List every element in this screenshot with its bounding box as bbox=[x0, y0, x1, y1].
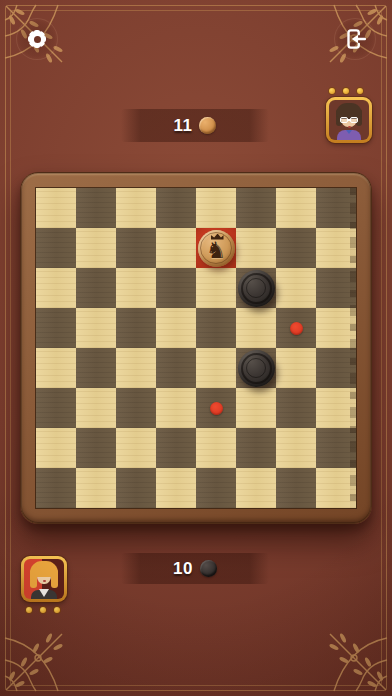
light-king-piece[interactable]: ♞ bbox=[198, 230, 235, 267]
square-r4c6 bbox=[276, 348, 316, 388]
square-r7c3 bbox=[156, 468, 196, 508]
square-r4c3[interactable] bbox=[156, 348, 196, 388]
square-r6c1[interactable] bbox=[76, 428, 116, 468]
hair bbox=[36, 563, 52, 569]
square-r5c1 bbox=[76, 388, 116, 428]
player-score: 10 bbox=[173, 559, 193, 579]
square-r2c6 bbox=[276, 268, 316, 308]
square-r2c4 bbox=[196, 268, 236, 308]
glasses bbox=[348, 119, 351, 121]
square-r0c0 bbox=[36, 188, 76, 228]
player-avatar[interactable] bbox=[21, 556, 67, 602]
square-r6c6 bbox=[276, 428, 316, 468]
square-r3c6[interactable] bbox=[276, 308, 316, 348]
square-r5c3 bbox=[156, 388, 196, 428]
square-r4c5[interactable] bbox=[236, 348, 276, 388]
square-r6c0 bbox=[36, 428, 76, 468]
board-frame: ♞ bbox=[20, 172, 372, 524]
settings-button[interactable] bbox=[17, 19, 57, 59]
knight-glyph: ♞ bbox=[206, 239, 227, 262]
square-r5c2[interactable] bbox=[116, 388, 156, 428]
square-r5c6[interactable] bbox=[276, 388, 316, 428]
square-r0c1[interactable] bbox=[76, 188, 116, 228]
square-r4c4 bbox=[196, 348, 236, 388]
square-r3c7 bbox=[316, 308, 356, 348]
square-r7c4[interactable] bbox=[196, 468, 236, 508]
corner-ornament bbox=[2, 606, 90, 694]
square-r3c0[interactable] bbox=[36, 308, 76, 348]
square-r6c5[interactable] bbox=[236, 428, 276, 468]
square-r2c1[interactable] bbox=[76, 268, 116, 308]
square-r1c4[interactable]: ♞ bbox=[196, 228, 236, 268]
mouth bbox=[348, 126, 351, 128]
square-r0c3[interactable] bbox=[156, 188, 196, 228]
avatar-art bbox=[329, 100, 369, 140]
gear-icon bbox=[25, 27, 49, 51]
square-r4c2 bbox=[116, 348, 156, 388]
square-r0c2 bbox=[116, 188, 156, 228]
square-r7c5 bbox=[236, 468, 276, 508]
dark-checker-icon bbox=[200, 560, 217, 577]
dark-man-piece[interactable] bbox=[238, 350, 275, 387]
square-r3c2[interactable] bbox=[116, 308, 156, 348]
square-r2c2 bbox=[116, 268, 156, 308]
square-r5c0[interactable] bbox=[36, 388, 76, 428]
light-checker-icon bbox=[199, 117, 216, 134]
square-r4c0 bbox=[36, 348, 76, 388]
glasses bbox=[350, 117, 358, 123]
dark-man-piece[interactable] bbox=[238, 270, 275, 307]
mouth bbox=[43, 580, 46, 582]
square-r2c5[interactable] bbox=[236, 268, 276, 308]
square-r3c1 bbox=[76, 308, 116, 348]
move-target-dot[interactable] bbox=[290, 322, 303, 335]
square-r6c2 bbox=[116, 428, 156, 468]
square-r0c4 bbox=[196, 188, 236, 228]
square-r7c6[interactable] bbox=[276, 468, 316, 508]
square-r5c7 bbox=[316, 388, 356, 428]
square-r7c1 bbox=[76, 468, 116, 508]
square-r2c3[interactable] bbox=[156, 268, 196, 308]
square-r5c5 bbox=[236, 388, 276, 428]
move-target-dot[interactable] bbox=[210, 402, 223, 415]
square-r2c0 bbox=[36, 268, 76, 308]
square-r1c6[interactable] bbox=[276, 228, 316, 268]
square-r7c0[interactable] bbox=[36, 468, 76, 508]
square-r3c5 bbox=[236, 308, 276, 348]
square-r1c0[interactable] bbox=[36, 228, 76, 268]
square-r3c4[interactable] bbox=[196, 308, 236, 348]
exit-button[interactable] bbox=[335, 19, 375, 59]
exit-icon bbox=[342, 26, 368, 52]
square-r7c2[interactable] bbox=[116, 468, 156, 508]
player-score-bar: 10 bbox=[121, 553, 269, 584]
opponent-status-dots bbox=[329, 88, 363, 94]
crown-icon bbox=[211, 234, 224, 240]
square-r4c1[interactable] bbox=[76, 348, 116, 388]
square-r0c6 bbox=[276, 188, 316, 228]
board: ♞ bbox=[36, 188, 356, 508]
corner-ornament bbox=[302, 606, 390, 694]
square-r6c4 bbox=[196, 428, 236, 468]
square-r6c7[interactable] bbox=[316, 428, 356, 468]
square-r1c7 bbox=[316, 228, 356, 268]
square-r1c3 bbox=[156, 228, 196, 268]
square-r2c7[interactable] bbox=[316, 268, 356, 308]
square-r4c7[interactable] bbox=[316, 348, 356, 388]
square-r7c7 bbox=[316, 468, 356, 508]
avatar-art bbox=[24, 559, 64, 599]
square-r1c2[interactable] bbox=[116, 228, 156, 268]
player-status-dots bbox=[26, 607, 60, 613]
opponent-avatar[interactable] bbox=[326, 97, 372, 143]
square-r6c3[interactable] bbox=[156, 428, 196, 468]
opponent-score-bar: 11 bbox=[121, 109, 269, 142]
square-r5c4[interactable] bbox=[196, 388, 236, 428]
square-r3c3 bbox=[156, 308, 196, 348]
app-screen: 11 ♞ bbox=[0, 0, 392, 696]
square-r0c7[interactable] bbox=[316, 188, 356, 228]
square-r0c5[interactable] bbox=[236, 188, 276, 228]
opponent-score: 11 bbox=[174, 116, 193, 136]
square-r1c5 bbox=[236, 228, 276, 268]
square-r1c1 bbox=[76, 228, 116, 268]
